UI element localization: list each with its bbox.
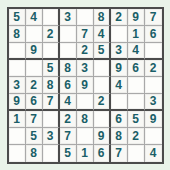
sudoku-cell[interactable] (43, 111, 60, 128)
sudoku-cell[interactable] (26, 26, 43, 43)
sudoku-cell[interactable]: 4 (94, 26, 111, 43)
sudoku-cell[interactable] (111, 94, 128, 111)
sudoku-cell[interactable]: 7 (77, 26, 94, 43)
sudoku-cell[interactable] (94, 77, 111, 94)
sudoku-cell[interactable]: 9 (128, 9, 145, 26)
sudoku-cell[interactable]: 6 (94, 145, 111, 162)
sudoku-cell[interactable]: 7 (111, 145, 128, 162)
sudoku-cell[interactable] (145, 77, 162, 94)
sudoku-cell[interactable] (145, 43, 162, 60)
sudoku-cell[interactable]: 4 (145, 145, 162, 162)
sudoku-cell[interactable] (9, 60, 26, 77)
sudoku-cell[interactable]: 6 (128, 60, 145, 77)
sudoku-cell[interactable]: 2 (145, 60, 162, 77)
sudoku-cell[interactable] (43, 9, 60, 26)
sudoku-cell[interactable] (128, 94, 145, 111)
sudoku-cell[interactable]: 6 (60, 77, 77, 94)
sudoku-cell[interactable] (26, 60, 43, 77)
sudoku-cell[interactable]: 8 (111, 128, 128, 145)
sudoku-cell[interactable]: 5 (60, 145, 77, 162)
sudoku-cell[interactable]: 9 (77, 77, 94, 94)
sudoku-board: 5438297827416925345839623286949674231728… (7, 7, 164, 164)
sudoku-cell[interactable]: 2 (77, 43, 94, 60)
sudoku-cell[interactable]: 6 (26, 94, 43, 111)
sudoku-cell[interactable]: 9 (111, 60, 128, 77)
sudoku-cell[interactable] (77, 94, 94, 111)
sudoku-cell[interactable]: 1 (128, 26, 145, 43)
sudoku-cell[interactable] (43, 145, 60, 162)
sudoku-cell[interactable]: 1 (77, 145, 94, 162)
sudoku-cell[interactable]: 9 (26, 43, 43, 60)
sudoku-cell[interactable] (94, 60, 111, 77)
sudoku-cell[interactable]: 4 (60, 94, 77, 111)
sudoku-cell[interactable] (128, 77, 145, 94)
sudoku-cell[interactable]: 2 (128, 128, 145, 145)
sudoku-cell[interactable]: 5 (128, 111, 145, 128)
sudoku-cell[interactable]: 5 (94, 43, 111, 60)
sudoku-cell[interactable]: 4 (128, 43, 145, 60)
sudoku-cell[interactable]: 3 (111, 43, 128, 60)
sudoku-cell[interactable]: 8 (9, 26, 26, 43)
sudoku-cell[interactable] (145, 128, 162, 145)
sudoku-cell[interactable]: 2 (26, 77, 43, 94)
sudoku-cell[interactable] (60, 43, 77, 60)
sudoku-cell[interactable]: 7 (145, 9, 162, 26)
sudoku-cell[interactable]: 6 (111, 111, 128, 128)
sudoku-cell[interactable]: 9 (9, 94, 26, 111)
sudoku-cell[interactable]: 7 (60, 128, 77, 145)
sudoku-cell[interactable] (9, 128, 26, 145)
sudoku-cell[interactable]: 7 (43, 94, 60, 111)
sudoku-cell[interactable]: 8 (60, 60, 77, 77)
sudoku-cell[interactable]: 6 (145, 26, 162, 43)
sudoku-cell[interactable]: 3 (60, 9, 77, 26)
sudoku-cell[interactable]: 3 (145, 94, 162, 111)
sudoku-cell[interactable] (77, 128, 94, 145)
sudoku-cell[interactable]: 4 (26, 9, 43, 26)
sudoku-cell[interactable]: 8 (77, 111, 94, 128)
sudoku-cell[interactable]: 9 (145, 111, 162, 128)
sudoku-cell[interactable]: 8 (94, 9, 111, 26)
sudoku-cell[interactable] (9, 43, 26, 60)
sudoku-cell[interactable]: 3 (77, 60, 94, 77)
sudoku-cell[interactable]: 1 (9, 111, 26, 128)
sudoku-cell[interactable]: 3 (9, 77, 26, 94)
sudoku-cell[interactable]: 2 (60, 111, 77, 128)
sudoku-cell[interactable]: 5 (9, 9, 26, 26)
sudoku-cell[interactable]: 7 (26, 111, 43, 128)
sudoku-cell[interactable]: 5 (26, 128, 43, 145)
sudoku-cell[interactable]: 9 (94, 128, 111, 145)
sudoku-cell[interactable] (94, 111, 111, 128)
sudoku-cell[interactable]: 2 (43, 26, 60, 43)
sudoku-cell[interactable] (111, 26, 128, 43)
sudoku-cell[interactable]: 2 (94, 94, 111, 111)
sudoku-cell[interactable]: 8 (43, 77, 60, 94)
sudoku-cell[interactable]: 5 (43, 60, 60, 77)
sudoku-cell[interactable]: 8 (26, 145, 43, 162)
sudoku-cell[interactable]: 2 (111, 9, 128, 26)
sudoku-cell[interactable]: 4 (111, 77, 128, 94)
sudoku-cell[interactable] (128, 145, 145, 162)
sudoku-cell[interactable] (9, 145, 26, 162)
sudoku-cell[interactable]: 3 (43, 128, 60, 145)
sudoku-cell[interactable] (77, 9, 94, 26)
sudoku-cell[interactable] (43, 43, 60, 60)
sudoku-cell[interactable] (60, 26, 77, 43)
